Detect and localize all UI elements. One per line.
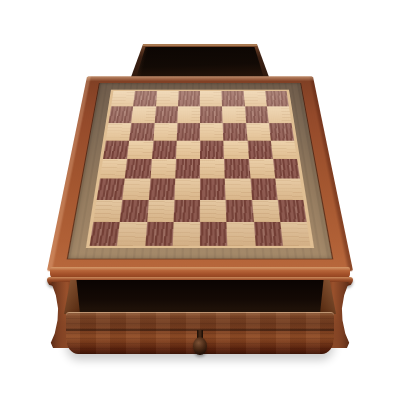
square-f5[interactable]	[224, 140, 249, 159]
square-a6[interactable]	[106, 123, 132, 140]
square-d5[interactable]	[176, 140, 200, 159]
square-h6[interactable]	[269, 123, 295, 140]
square-a7[interactable]	[109, 107, 134, 123]
square-d4[interactable]	[175, 159, 200, 179]
square-b2[interactable]	[120, 200, 148, 222]
square-h5[interactable]	[271, 140, 297, 159]
square-f4[interactable]	[224, 159, 250, 179]
square-f6[interactable]	[223, 123, 247, 140]
square-a8[interactable]	[111, 91, 135, 107]
square-b3[interactable]	[123, 179, 150, 200]
square-f8[interactable]	[222, 91, 245, 107]
square-h7[interactable]	[267, 107, 292, 123]
square-c7[interactable]	[154, 107, 178, 123]
square-e3[interactable]	[200, 179, 226, 200]
square-e6[interactable]	[200, 123, 224, 140]
square-e1[interactable]	[200, 222, 228, 246]
square-g5[interactable]	[247, 140, 273, 159]
square-e5[interactable]	[200, 140, 224, 159]
square-c1[interactable]	[145, 222, 174, 246]
square-h4[interactable]	[273, 159, 300, 179]
square-b4[interactable]	[125, 159, 152, 179]
square-g3[interactable]	[250, 179, 277, 200]
square-a4[interactable]	[100, 159, 127, 179]
square-b8[interactable]	[133, 91, 156, 107]
square-e7[interactable]	[200, 107, 223, 123]
walnut-border	[68, 83, 332, 258]
square-g6[interactable]	[246, 123, 271, 140]
square-g1[interactable]	[253, 222, 282, 246]
square-a1[interactable]	[90, 222, 120, 246]
maple-border-line	[86, 90, 314, 248]
square-b7[interactable]	[131, 107, 155, 123]
square-a3[interactable]	[97, 179, 125, 200]
square-d8[interactable]	[178, 91, 200, 107]
square-d2[interactable]	[173, 200, 200, 222]
square-e8[interactable]	[200, 91, 222, 107]
square-e4[interactable]	[200, 159, 225, 179]
square-d6[interactable]	[176, 123, 200, 140]
square-d3[interactable]	[174, 179, 200, 200]
square-c2[interactable]	[147, 200, 175, 222]
square-d7[interactable]	[177, 107, 200, 123]
square-c6[interactable]	[153, 123, 177, 140]
square-g8[interactable]	[243, 91, 266, 107]
chess-board	[90, 91, 311, 246]
square-h2[interactable]	[277, 200, 306, 222]
square-f2[interactable]	[226, 200, 254, 222]
square-a2[interactable]	[93, 200, 122, 222]
square-c8[interactable]	[156, 91, 179, 107]
square-h3[interactable]	[275, 179, 303, 200]
square-c4[interactable]	[150, 159, 176, 179]
chess-board-case-photo	[0, 0, 400, 400]
square-b6[interactable]	[129, 123, 154, 140]
square-f7[interactable]	[222, 107, 246, 123]
square-f3[interactable]	[225, 179, 252, 200]
square-c3[interactable]	[148, 179, 175, 200]
square-g4[interactable]	[249, 159, 276, 179]
square-g7[interactable]	[244, 107, 268, 123]
drawer-knob-ball	[193, 337, 207, 355]
square-e2[interactable]	[200, 200, 227, 222]
square-a5[interactable]	[103, 140, 129, 159]
square-c5[interactable]	[152, 140, 177, 159]
square-b1[interactable]	[117, 222, 146, 246]
square-d1[interactable]	[172, 222, 200, 246]
square-g2[interactable]	[252, 200, 280, 222]
square-h8[interactable]	[265, 91, 289, 107]
square-h1[interactable]	[280, 222, 310, 246]
front-drawer-interior	[72, 280, 328, 316]
drawer-knob[interactable]	[193, 330, 207, 356]
square-f1[interactable]	[227, 222, 256, 246]
mahogany-frame	[47, 76, 353, 271]
square-b5[interactable]	[127, 140, 153, 159]
